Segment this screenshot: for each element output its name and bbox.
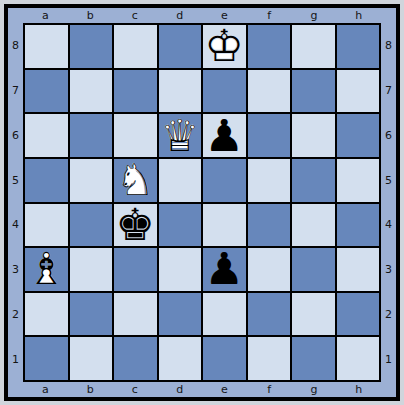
square-a7[interactable] — [25, 70, 68, 113]
chess-board: ♚♔♛♕♟♞♘♚♝♗♟ — [23, 23, 381, 382]
file-labels-bottom: abcdefgh — [23, 382, 381, 397]
square-h2[interactable] — [337, 293, 380, 336]
square-f5[interactable] — [248, 159, 291, 202]
file-label-g: g — [292, 382, 337, 397]
square-b8[interactable] — [70, 25, 113, 68]
square-c8[interactable] — [114, 25, 157, 68]
square-c1[interactable] — [114, 337, 157, 380]
file-label-h: h — [336, 382, 381, 397]
knight-glyph-outline: ♘ — [116, 158, 155, 202]
square-f4[interactable] — [248, 204, 291, 247]
square-e8[interactable]: ♚♔ — [203, 25, 246, 68]
square-a4[interactable] — [25, 204, 68, 247]
bishop-glyph-outline: ♗ — [27, 247, 66, 291]
square-a1[interactable] — [25, 337, 68, 380]
square-h8[interactable] — [337, 25, 380, 68]
square-b2[interactable] — [70, 293, 113, 336]
rank-label-4: 4 — [8, 203, 23, 248]
square-f3[interactable] — [248, 248, 291, 291]
queen-glyph-outline: ♕ — [160, 114, 199, 158]
file-label-b: b — [68, 382, 113, 397]
square-f6[interactable] — [248, 114, 291, 157]
piece-white-king[interactable]: ♚♔ — [203, 25, 246, 68]
pawn-glyph-fill: ♟ — [205, 247, 244, 291]
square-h5[interactable] — [337, 159, 380, 202]
square-g8[interactable] — [292, 25, 335, 68]
square-a3[interactable]: ♝♗ — [25, 248, 68, 291]
square-d5[interactable] — [159, 159, 202, 202]
file-label-a: a — [23, 382, 68, 397]
square-b6[interactable] — [70, 114, 113, 157]
file-label-f: f — [247, 382, 292, 397]
chess-diagram: abcdefgh 87654321 ♚♔♛♕♟♞♘♚♝♗♟ 87654321 a… — [0, 0, 404, 405]
piece-white-bishop[interactable]: ♝♗ — [25, 248, 68, 291]
file-label-d: d — [157, 382, 202, 397]
square-f7[interactable] — [248, 70, 291, 113]
rank-label-2: 2 — [381, 292, 396, 337]
square-c2[interactable] — [114, 293, 157, 336]
square-b1[interactable] — [70, 337, 113, 380]
square-g7[interactable] — [292, 70, 335, 113]
square-d8[interactable] — [159, 25, 202, 68]
rank-label-3: 3 — [381, 247, 396, 292]
file-labels-top: abcdefgh — [23, 8, 381, 23]
file-label-g: g — [292, 8, 337, 23]
square-f2[interactable] — [248, 293, 291, 336]
rank-labels-left: 87654321 — [8, 23, 23, 382]
square-d4[interactable] — [159, 204, 202, 247]
rank-labels-right: 87654321 — [381, 23, 396, 382]
square-c7[interactable] — [114, 70, 157, 113]
file-label-b: b — [68, 8, 113, 23]
rank-label-4: 4 — [381, 203, 396, 248]
square-d2[interactable] — [159, 293, 202, 336]
square-a8[interactable] — [25, 25, 68, 68]
square-f1[interactable] — [248, 337, 291, 380]
square-e3[interactable]: ♟ — [203, 248, 246, 291]
square-h4[interactable] — [337, 204, 380, 247]
square-d6[interactable]: ♛♕ — [159, 114, 202, 157]
square-f8[interactable] — [248, 25, 291, 68]
square-e1[interactable] — [203, 337, 246, 380]
square-g2[interactable] — [292, 293, 335, 336]
square-d1[interactable] — [159, 337, 202, 380]
rank-label-6: 6 — [8, 113, 23, 158]
square-a6[interactable] — [25, 114, 68, 157]
file-label-a: a — [23, 8, 68, 23]
rank-label-7: 7 — [381, 68, 396, 113]
square-c6[interactable] — [114, 114, 157, 157]
square-a2[interactable] — [25, 293, 68, 336]
square-h3[interactable] — [337, 248, 380, 291]
square-c4[interactable]: ♚ — [114, 204, 157, 247]
board-frame: abcdefgh 87654321 ♚♔♛♕♟♞♘♚♝♗♟ 87654321 a… — [4, 4, 400, 401]
rank-label-3: 3 — [8, 247, 23, 292]
square-h6[interactable] — [337, 114, 380, 157]
square-d3[interactable] — [159, 248, 202, 291]
rank-label-8: 8 — [8, 23, 23, 68]
square-b5[interactable] — [70, 159, 113, 202]
square-b4[interactable] — [70, 204, 113, 247]
rank-label-8: 8 — [381, 23, 396, 68]
square-c3[interactable] — [114, 248, 157, 291]
square-e6[interactable]: ♟ — [203, 114, 246, 157]
rank-label-7: 7 — [8, 68, 23, 113]
piece-white-queen[interactable]: ♛♕ — [159, 114, 202, 157]
square-e4[interactable] — [203, 204, 246, 247]
file-label-c: c — [113, 382, 158, 397]
square-d7[interactable] — [159, 70, 202, 113]
piece-white-knight[interactable]: ♞♘ — [114, 159, 157, 202]
rank-label-6: 6 — [381, 113, 396, 158]
square-e7[interactable] — [203, 70, 246, 113]
file-label-e: e — [202, 382, 247, 397]
piece-black-king[interactable]: ♚ — [114, 204, 157, 247]
square-g3[interactable] — [292, 248, 335, 291]
piece-black-pawn[interactable]: ♟ — [203, 248, 246, 291]
coordinate-band: abcdefgh 87654321 ♚♔♛♕♟♞♘♚♝♗♟ 87654321 a… — [8, 8, 396, 397]
rank-label-5: 5 — [381, 158, 396, 203]
square-a5[interactable] — [25, 159, 68, 202]
rank-label-1: 1 — [381, 337, 396, 382]
piece-black-pawn[interactable]: ♟ — [203, 114, 246, 157]
square-e2[interactable] — [203, 293, 246, 336]
file-label-d: d — [157, 8, 202, 23]
square-h7[interactable] — [337, 70, 380, 113]
king-glyph-fill: ♚ — [116, 203, 155, 247]
square-b3[interactable] — [70, 248, 113, 291]
square-h1[interactable] — [337, 337, 380, 380]
king-glyph-outline: ♔ — [205, 24, 244, 68]
file-label-h: h — [336, 8, 381, 23]
rank-label-2: 2 — [8, 292, 23, 337]
square-c5[interactable]: ♞♘ — [114, 159, 157, 202]
square-e5[interactable] — [203, 159, 246, 202]
pawn-glyph-fill: ♟ — [205, 114, 244, 158]
square-g5[interactable] — [292, 159, 335, 202]
file-label-f: f — [247, 8, 292, 23]
square-b7[interactable] — [70, 70, 113, 113]
rank-label-5: 5 — [8, 158, 23, 203]
square-g1[interactable] — [292, 337, 335, 380]
file-label-c: c — [113, 8, 158, 23]
square-g6[interactable] — [292, 114, 335, 157]
square-g4[interactable] — [292, 204, 335, 247]
rank-label-1: 1 — [8, 337, 23, 382]
